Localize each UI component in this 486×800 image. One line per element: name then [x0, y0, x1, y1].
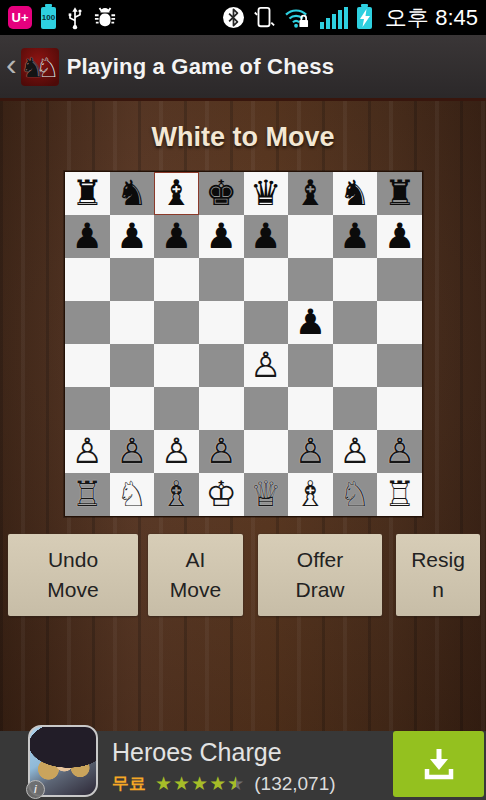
square-c2[interactable]: ♙ [154, 430, 199, 473]
white-pawn: ♙ [205, 430, 236, 473]
square-a1[interactable]: ♖ [65, 473, 110, 516]
white-bishop: ♗ [161, 473, 192, 516]
square-a2[interactable]: ♙ [65, 430, 110, 473]
star-icon: ★ [191, 774, 209, 793]
square-h4[interactable] [377, 344, 422, 387]
square-a8[interactable]: ♜ [65, 172, 110, 215]
offer-draw-button[interactable]: Offer Draw [258, 534, 382, 616]
phone-screen: U+ 100 오후 8:45 [0, 0, 486, 800]
square-d8[interactable]: ♚ [199, 172, 244, 215]
square-e1[interactable]: ♕ [244, 473, 289, 516]
black-bishop: ♝ [295, 172, 326, 215]
square-f6[interactable] [288, 258, 333, 301]
battery-charging-icon [357, 7, 372, 29]
star-icon: ★★ [227, 774, 245, 793]
wifi-lock-icon [284, 6, 311, 29]
ad-info-icon[interactable]: i [26, 780, 45, 799]
square-b7[interactable]: ♟ [110, 215, 155, 258]
square-h2[interactable]: ♙ [377, 430, 422, 473]
square-f7[interactable] [288, 215, 333, 258]
square-c4[interactable] [154, 344, 199, 387]
title-bar: ‹ ♞♘ Playing a Game of Chess [0, 35, 486, 101]
square-e4[interactable]: ♙ [244, 344, 289, 387]
black-pawn: ♟ [205, 215, 236, 258]
black-pawn: ♟ [116, 215, 147, 258]
square-f1[interactable]: ♗ [288, 473, 333, 516]
square-d3[interactable] [199, 387, 244, 430]
square-e7[interactable]: ♟ [244, 215, 289, 258]
undo-move-button[interactable]: Undo Move [8, 534, 138, 616]
square-c6[interactable] [154, 258, 199, 301]
white-queen: ♕ [250, 473, 281, 516]
white-knight: ♘ [116, 473, 147, 516]
square-d4[interactable] [199, 344, 244, 387]
white-pawn: ♙ [116, 430, 147, 473]
star-icon: ★ [173, 774, 191, 793]
white-bishop: ♗ [295, 473, 326, 516]
square-c5[interactable] [154, 301, 199, 344]
square-d5[interactable] [199, 301, 244, 344]
square-e5[interactable] [244, 301, 289, 344]
square-h3[interactable] [377, 387, 422, 430]
battery-level-icon: 100 [41, 7, 56, 29]
square-e8[interactable]: ♛ [244, 172, 289, 215]
white-pawn: ♙ [161, 430, 192, 473]
ad-app-icon[interactable]: i [28, 725, 98, 797]
square-b3[interactable] [110, 387, 155, 430]
vibrate-icon [253, 6, 275, 30]
star-icon: ★ [209, 774, 227, 793]
ad-rating-count: (132,071) [254, 773, 335, 795]
square-g6[interactable] [333, 258, 378, 301]
square-f4[interactable] [288, 344, 333, 387]
download-button[interactable] [393, 731, 484, 797]
back-chevron-icon[interactable]: ‹ [6, 48, 19, 86]
white-pawn: ♙ [384, 430, 415, 473]
square-a6[interactable] [65, 258, 110, 301]
black-pawn: ♟ [72, 215, 103, 258]
download-icon [419, 744, 459, 784]
game-area: White to Move ♜♞♝♚♛♝♞♜♟♟♟♟♟♟♟♟♙♙♙♙♙♙♙♙♖♘… [0, 101, 486, 731]
black-pawn: ♟ [250, 215, 281, 258]
square-f8[interactable]: ♝ [288, 172, 333, 215]
app-icon: ♞♘ [21, 48, 59, 86]
square-f2[interactable]: ♙ [288, 430, 333, 473]
black-pawn: ♟ [161, 215, 192, 258]
ad-banner[interactable]: i Heroes Charge 무료 ★★★★★★ (132,071) [0, 731, 486, 800]
square-f3[interactable] [288, 387, 333, 430]
square-a3[interactable] [65, 387, 110, 430]
square-c1[interactable]: ♗ [154, 473, 199, 516]
square-d2[interactable]: ♙ [199, 430, 244, 473]
white-pawn: ♙ [295, 430, 326, 473]
status-icons-left: U+ 100 [8, 6, 116, 30]
black-pawn: ♟ [295, 301, 326, 344]
chess-board: ♜♞♝♚♛♝♞♜♟♟♟♟♟♟♟♟♙♙♙♙♙♙♙♙♖♘♗♔♕♗♘♖ [64, 171, 423, 517]
white-knight-logo-icon: ♘ [35, 50, 59, 86]
white-knight: ♘ [339, 473, 370, 516]
square-d1[interactable]: ♔ [199, 473, 244, 516]
square-a5[interactable] [65, 301, 110, 344]
square-h8[interactable]: ♜ [377, 172, 422, 215]
ad-app-name: Heroes Charge [112, 738, 282, 767]
white-pawn: ♙ [250, 344, 281, 387]
ad-meta: 무료 ★★★★★★ (132,071) [112, 772, 336, 795]
square-c7[interactable]: ♟ [154, 215, 199, 258]
white-king: ♔ [205, 473, 236, 516]
square-b1[interactable]: ♘ [110, 473, 155, 516]
square-b5[interactable] [110, 301, 155, 344]
black-queen: ♛ [250, 172, 281, 215]
star-icon: ★ [155, 774, 173, 793]
black-rook: ♜ [72, 172, 103, 215]
square-b6[interactable] [110, 258, 155, 301]
white-pawn: ♙ [339, 430, 370, 473]
square-b4[interactable] [110, 344, 155, 387]
white-rook: ♖ [384, 473, 415, 516]
turn-indicator: White to Move [0, 122, 486, 153]
ai-move-button[interactable]: AI Move [148, 534, 243, 616]
usb-icon [65, 6, 85, 30]
square-c3[interactable] [154, 387, 199, 430]
square-g4[interactable] [333, 344, 378, 387]
black-rook: ♜ [384, 172, 415, 215]
square-e6[interactable] [244, 258, 289, 301]
ad-star-rating: ★★★★★★ [155, 774, 245, 793]
black-pawn: ♟ [339, 215, 370, 258]
signal-bars-icon [320, 7, 348, 29]
square-b2[interactable]: ♙ [110, 430, 155, 473]
square-d7[interactable]: ♟ [199, 215, 244, 258]
status-bar: U+ 100 오후 8:45 [0, 0, 486, 35]
square-a4[interactable] [65, 344, 110, 387]
square-e3[interactable] [244, 387, 289, 430]
black-knight: ♞ [116, 172, 147, 215]
square-d6[interactable] [199, 258, 244, 301]
square-e2[interactable] [244, 430, 289, 473]
white-rook: ♖ [72, 473, 103, 516]
square-a7[interactable]: ♟ [65, 215, 110, 258]
square-g8[interactable]: ♞ [333, 172, 378, 215]
square-g3[interactable] [333, 387, 378, 430]
square-h7[interactable]: ♟ [377, 215, 422, 258]
square-f5[interactable]: ♟ [288, 301, 333, 344]
clock: 오후 8:45 [385, 3, 478, 33]
black-knight: ♞ [339, 172, 370, 215]
page-title: Playing a Game of Chess [67, 54, 334, 80]
carrier-logo: U+ [8, 6, 32, 29]
square-h6[interactable] [377, 258, 422, 301]
black-pawn: ♟ [384, 215, 415, 258]
square-h1[interactable]: ♖ [377, 473, 422, 516]
resign-button[interactable]: Resig n [396, 534, 480, 616]
square-g5[interactable] [333, 301, 378, 344]
square-g7[interactable]: ♟ [333, 215, 378, 258]
black-king: ♚ [205, 172, 236, 215]
square-g1[interactable]: ♘ [333, 473, 378, 516]
ad-price: 무료 [112, 772, 146, 795]
square-g2[interactable]: ♙ [333, 430, 378, 473]
black-bishop: ♝ [161, 172, 192, 215]
white-pawn: ♙ [72, 430, 103, 473]
bluetooth-icon [223, 7, 244, 28]
status-icons-right: 오후 8:45 [223, 3, 478, 33]
square-h5[interactable] [377, 301, 422, 344]
square-c8[interactable]: ♝ [154, 172, 199, 215]
square-b8[interactable]: ♞ [110, 172, 155, 215]
debug-bug-icon [94, 7, 116, 29]
